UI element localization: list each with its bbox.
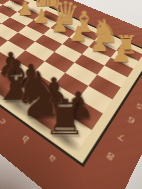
chess-board: abcdefgh 12345678 ♜♞♝♛♚♝♞♜♟♟♟♟♟♟♟♟♟♟♟♟♟♟…	[0, 0, 142, 189]
board-scene: abcdefgh 12345678 ♜♞♝♛♚♝♞♜♟♟♟♟♟♟♟♟♟♟♟♟♟♟…	[0, 0, 142, 189]
chess-photo-frame: abcdefgh 12345678 ♜♞♝♛♚♝♞♜♟♟♟♟♟♟♟♟♟♟♟♟♟♟…	[0, 0, 142, 189]
piece-black-rook-a8: ♜	[43, 94, 87, 143]
piece-white-pawn-b2: ♟	[90, 33, 109, 55]
piece-white-pawn-a2: ♟	[112, 43, 132, 65]
